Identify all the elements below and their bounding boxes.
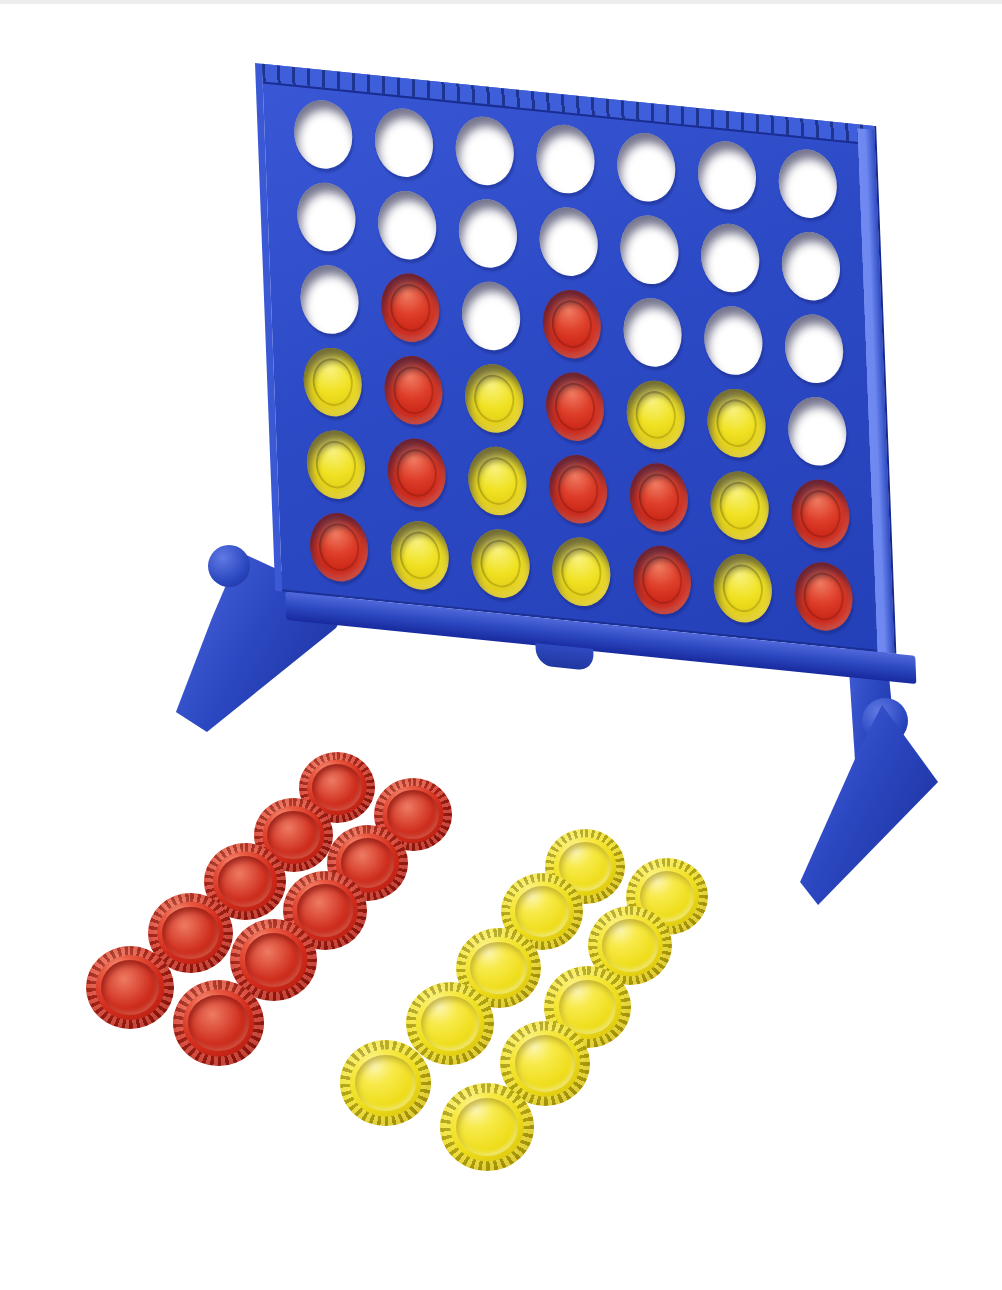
yellow-spare-disc bbox=[440, 1083, 534, 1171]
yellow-spare-disc bbox=[340, 1040, 431, 1126]
connect-four-scene bbox=[0, 0, 1002, 1290]
yellow-spare-disc bbox=[406, 982, 494, 1065]
yellow-disc-pile bbox=[0, 0, 1002, 1290]
